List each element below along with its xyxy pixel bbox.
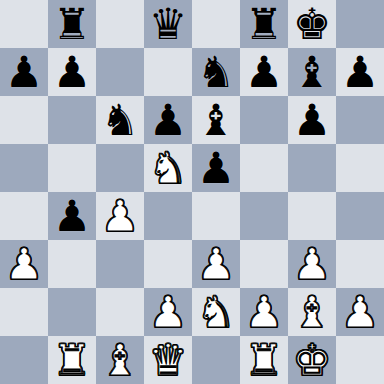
black-pawn: ♟ [53,192,92,240]
black-pawn: ♟ [53,48,92,96]
black-pawn: ♟ [245,48,284,96]
square-d4[interactable] [144,192,192,240]
white-rook: ♜ [245,336,284,384]
square-c7[interactable] [96,48,144,96]
square-h7[interactable]: ♟ [336,48,384,96]
black-knight: ♞ [197,48,236,96]
black-king: ♚ [293,0,332,48]
square-b6[interactable] [48,96,96,144]
square-e1[interactable] [192,336,240,384]
chess-board: ♜♛♜♚♟♟♞♟♝♟♞♟♝♟♞♟♟♟♟♟♟♟♞♟♝♟♜♝♛♜♚ [0,0,384,384]
square-f1[interactable]: ♜ [240,336,288,384]
square-a8[interactable] [0,0,48,48]
square-h1[interactable] [336,336,384,384]
square-h2[interactable]: ♟ [336,288,384,336]
square-h8[interactable] [336,0,384,48]
square-d7[interactable] [144,48,192,96]
square-b4[interactable]: ♟ [48,192,96,240]
square-b8[interactable]: ♜ [48,0,96,48]
white-knight: ♞ [149,144,188,192]
square-d2[interactable]: ♟ [144,288,192,336]
square-e4[interactable] [192,192,240,240]
square-d5[interactable]: ♞ [144,144,192,192]
square-h5[interactable] [336,144,384,192]
square-g1[interactable]: ♚ [288,336,336,384]
black-bishop: ♝ [197,96,236,144]
black-bishop: ♝ [293,48,332,96]
square-e2[interactable]: ♞ [192,288,240,336]
white-pawn: ♟ [149,288,188,336]
square-e7[interactable]: ♞ [192,48,240,96]
white-rook: ♜ [53,336,92,384]
square-d1[interactable]: ♛ [144,336,192,384]
square-a6[interactable] [0,96,48,144]
square-c6[interactable]: ♞ [96,96,144,144]
white-pawn: ♟ [293,240,332,288]
square-g7[interactable]: ♝ [288,48,336,96]
white-pawn: ♟ [5,240,44,288]
black-pawn: ♟ [149,96,188,144]
square-d6[interactable]: ♟ [144,96,192,144]
white-pawn: ♟ [245,288,284,336]
square-b3[interactable] [48,240,96,288]
square-g8[interactable]: ♚ [288,0,336,48]
square-e3[interactable]: ♟ [192,240,240,288]
square-c5[interactable] [96,144,144,192]
black-rook: ♜ [53,0,92,48]
square-h4[interactable] [336,192,384,240]
square-a5[interactable] [0,144,48,192]
square-f6[interactable] [240,96,288,144]
square-a1[interactable] [0,336,48,384]
white-king: ♚ [293,336,332,384]
square-d8[interactable]: ♛ [144,0,192,48]
square-h6[interactable] [336,96,384,144]
square-f3[interactable] [240,240,288,288]
black-pawn: ♟ [341,48,380,96]
square-d3[interactable] [144,240,192,288]
black-pawn: ♟ [197,144,236,192]
square-f8[interactable]: ♜ [240,0,288,48]
black-knight: ♞ [101,96,140,144]
square-b1[interactable]: ♜ [48,336,96,384]
black-rook: ♜ [245,0,284,48]
square-a7[interactable]: ♟ [0,48,48,96]
square-a3[interactable]: ♟ [0,240,48,288]
black-queen: ♛ [149,0,188,48]
square-g6[interactable]: ♟ [288,96,336,144]
white-bishop: ♝ [293,288,332,336]
square-c1[interactable]: ♝ [96,336,144,384]
square-f2[interactable]: ♟ [240,288,288,336]
square-b5[interactable] [48,144,96,192]
white-queen: ♛ [149,336,188,384]
square-e8[interactable] [192,0,240,48]
square-f7[interactable]: ♟ [240,48,288,96]
square-a4[interactable] [0,192,48,240]
square-g4[interactable] [288,192,336,240]
square-c4[interactable]: ♟ [96,192,144,240]
square-g2[interactable]: ♝ [288,288,336,336]
white-pawn: ♟ [197,240,236,288]
white-pawn: ♟ [101,192,140,240]
square-c2[interactable] [96,288,144,336]
black-pawn: ♟ [293,96,332,144]
square-a2[interactable] [0,288,48,336]
square-e5[interactable]: ♟ [192,144,240,192]
square-c8[interactable] [96,0,144,48]
white-knight: ♞ [197,288,236,336]
square-b7[interactable]: ♟ [48,48,96,96]
square-e6[interactable]: ♝ [192,96,240,144]
square-g5[interactable] [288,144,336,192]
white-bishop: ♝ [101,336,140,384]
square-f5[interactable] [240,144,288,192]
square-c3[interactable] [96,240,144,288]
square-f4[interactable] [240,192,288,240]
square-g3[interactable]: ♟ [288,240,336,288]
black-pawn: ♟ [5,48,44,96]
square-b2[interactable] [48,288,96,336]
square-h3[interactable] [336,240,384,288]
white-pawn: ♟ [341,288,380,336]
